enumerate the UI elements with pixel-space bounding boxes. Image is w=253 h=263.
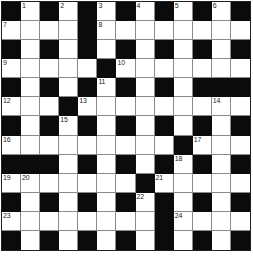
white-cell-r12c10[interactable]: 24 <box>174 212 193 231</box>
black-cell-r9c1 <box>2 155 21 174</box>
clue-number-1: 1 <box>22 2 26 10</box>
white-cell-r1c8[interactable]: 4 <box>136 2 155 21</box>
black-cell-r7c9 <box>155 116 174 135</box>
white-cell-r2c2[interactable] <box>21 21 40 40</box>
white-cell-r2c13[interactable] <box>231 21 250 40</box>
white-cell-r6c1[interactable]: 12 <box>2 97 21 116</box>
white-cell-r6c6[interactable] <box>97 97 116 116</box>
white-cell-r10c6[interactable] <box>97 174 116 193</box>
clue-number-11: 11 <box>98 78 105 86</box>
white-cell-r1c4[interactable]: 2 <box>59 2 78 21</box>
clue-number-14: 14 <box>213 97 220 105</box>
white-cell-r6c7[interactable] <box>116 97 135 116</box>
white-cell-r11c10[interactable] <box>174 193 193 212</box>
white-cell-r12c7[interactable] <box>116 212 135 231</box>
white-cell-r4c9[interactable] <box>155 59 174 78</box>
white-cell-r8c9[interactable] <box>155 136 174 155</box>
white-cell-r6c10[interactable] <box>174 97 193 116</box>
white-cell-r8c4[interactable] <box>59 136 78 155</box>
white-cell-r2c1[interactable]: 7 <box>2 21 21 40</box>
clue-number-19: 19 <box>3 174 10 182</box>
white-cell-r10c4[interactable] <box>59 174 78 193</box>
white-cell-r8c12[interactable] <box>212 136 231 155</box>
black-cell-r1c5 <box>78 2 97 21</box>
clue-number-10: 10 <box>117 59 124 67</box>
white-cell-r10c9[interactable]: 21 <box>155 174 174 193</box>
white-cell-r5c10[interactable] <box>174 78 193 97</box>
black-cell-r11c11 <box>193 193 212 212</box>
white-cell-r6c2[interactable] <box>21 97 40 116</box>
clue-number-2: 2 <box>60 2 64 10</box>
black-cell-r1c13 <box>231 2 250 21</box>
black-cell-r9c7 <box>116 155 135 174</box>
clue-number-18: 18 <box>175 155 182 163</box>
white-cell-r10c7[interactable] <box>116 174 135 193</box>
white-cell-r10c5[interactable] <box>78 174 97 193</box>
black-cell-r13c7 <box>116 231 135 250</box>
white-cell-r4c13[interactable] <box>231 59 250 78</box>
white-cell-r10c2[interactable]: 20 <box>21 174 40 193</box>
clue-number-3: 3 <box>98 2 102 10</box>
black-cell-r1c11 <box>193 2 212 21</box>
white-cell-r8c5[interactable] <box>78 136 97 155</box>
clue-number-16: 16 <box>3 136 10 144</box>
black-cell-r11c5 <box>78 193 97 212</box>
clue-number-20: 20 <box>22 174 29 182</box>
crossword-page: 123456789101112131415161718192021222324 <box>0 0 253 263</box>
white-cell-r4c7[interactable]: 10 <box>116 59 135 78</box>
white-cell-r3c4[interactable] <box>59 40 78 59</box>
black-cell-r9c3 <box>40 155 59 174</box>
white-cell-r2c12[interactable] <box>212 21 231 40</box>
white-cell-r1c2[interactable]: 1 <box>21 2 40 21</box>
white-cell-r6c8[interactable] <box>136 97 155 116</box>
white-cell-r9c10[interactable]: 18 <box>174 155 193 174</box>
white-cell-r8c6[interactable] <box>97 136 116 155</box>
white-cell-r10c3[interactable] <box>40 174 59 193</box>
clue-number-4: 4 <box>137 2 141 10</box>
black-cell-r9c9 <box>155 155 174 174</box>
white-cell-r4c5[interactable] <box>78 59 97 78</box>
white-cell-r3c6[interactable] <box>97 40 116 59</box>
white-cell-r2c11[interactable] <box>193 21 212 40</box>
black-cell-r1c1 <box>2 2 21 21</box>
white-cell-r8c1[interactable]: 16 <box>2 136 21 155</box>
black-cell-r6c4 <box>59 97 78 116</box>
black-cell-r1c7 <box>116 2 135 21</box>
white-cell-r12c13[interactable] <box>231 212 250 231</box>
white-cell-r13c8[interactable] <box>136 231 155 250</box>
white-cell-r12c1[interactable]: 23 <box>2 212 21 231</box>
white-cell-r9c12[interactable] <box>212 155 231 174</box>
black-cell-r7c11 <box>193 116 212 135</box>
white-cell-r6c11[interactable] <box>193 97 212 116</box>
black-cell-r7c13 <box>231 116 250 135</box>
white-cell-r12c3[interactable] <box>40 212 59 231</box>
black-cell-r13c5 <box>78 231 97 250</box>
white-cell-r12c2[interactable] <box>21 212 40 231</box>
white-cell-r2c8[interactable] <box>136 21 155 40</box>
white-cell-r11c8[interactable]: 22 <box>136 193 155 212</box>
black-cell-r13c13 <box>231 231 250 250</box>
black-cell-r13c1 <box>2 231 21 250</box>
white-cell-r2c3[interactable] <box>40 21 59 40</box>
black-cell-r9c13 <box>231 155 250 174</box>
white-cell-r13c2[interactable] <box>21 231 40 250</box>
white-cell-r10c13[interactable] <box>231 174 250 193</box>
white-cell-r12c4[interactable] <box>59 212 78 231</box>
white-cell-r13c4[interactable] <box>59 231 78 250</box>
white-cell-r4c3[interactable] <box>40 59 59 78</box>
black-cell-r11c7 <box>116 193 135 212</box>
white-cell-r1c6[interactable]: 3 <box>97 2 116 21</box>
white-cell-r11c4[interactable] <box>59 193 78 212</box>
clue-number-7: 7 <box>3 21 7 29</box>
white-cell-r5c4[interactable] <box>59 78 78 97</box>
white-cell-r8c8[interactable] <box>136 136 155 155</box>
black-cell-r3c13 <box>231 40 250 59</box>
white-cell-r2c7[interactable] <box>116 21 135 40</box>
black-cell-r9c11 <box>193 155 212 174</box>
white-cell-r7c12[interactable] <box>212 116 231 135</box>
black-cell-r11c9 <box>155 193 174 212</box>
black-cell-r2c5 <box>78 21 97 40</box>
white-cell-r8c13[interactable] <box>231 136 250 155</box>
white-cell-r7c2[interactable] <box>21 116 40 135</box>
white-cell-r1c10[interactable]: 5 <box>174 2 193 21</box>
black-cell-r9c2 <box>21 155 40 174</box>
white-cell-r5c2[interactable] <box>21 78 40 97</box>
white-cell-r2c9[interactable] <box>155 21 174 40</box>
clue-number-24: 24 <box>175 212 182 220</box>
white-cell-r4c12[interactable] <box>212 59 231 78</box>
white-cell-r6c13[interactable] <box>231 97 250 116</box>
clue-number-17: 17 <box>194 136 201 144</box>
black-cell-r11c3 <box>40 193 59 212</box>
black-cell-r3c9 <box>155 40 174 59</box>
white-cell-r13c6[interactable] <box>97 231 116 250</box>
black-cell-r7c7 <box>116 116 135 135</box>
clue-number-8: 8 <box>98 21 102 29</box>
white-cell-r11c2[interactable] <box>21 193 40 212</box>
clue-number-13: 13 <box>79 97 86 105</box>
white-cell-r12c8[interactable] <box>136 212 155 231</box>
black-cell-r5c13 <box>231 78 250 97</box>
black-cell-r3c11 <box>193 40 212 59</box>
black-cell-r8c10 <box>174 136 193 155</box>
black-cell-r3c5 <box>78 40 97 59</box>
white-cell-r12c5[interactable] <box>78 212 97 231</box>
white-cell-r4c4[interactable] <box>59 59 78 78</box>
black-cell-r13c3 <box>40 231 59 250</box>
black-cell-r5c9 <box>155 78 174 97</box>
white-cell-r6c3[interactable] <box>40 97 59 116</box>
white-cell-r4c11[interactable] <box>193 59 212 78</box>
white-cell-r3c12[interactable] <box>212 40 231 59</box>
clue-number-12: 12 <box>3 97 10 105</box>
white-cell-r9c6[interactable] <box>97 155 116 174</box>
white-cell-r5c8[interactable] <box>136 78 155 97</box>
white-cell-r13c12[interactable] <box>212 231 231 250</box>
white-cell-r3c2[interactable] <box>21 40 40 59</box>
black-cell-r5c11 <box>193 78 212 97</box>
black-cell-r9c5 <box>78 155 97 174</box>
black-cell-r1c9 <box>155 2 174 21</box>
white-cell-r13c10[interactable] <box>174 231 193 250</box>
clue-number-6: 6 <box>213 2 217 10</box>
white-cell-r7c4[interactable]: 15 <box>59 116 78 135</box>
white-cell-r12c6[interactable] <box>97 212 116 231</box>
black-cell-r13c11 <box>193 231 212 250</box>
white-cell-r11c12[interactable] <box>212 193 231 212</box>
white-cell-r10c12[interactable] <box>212 174 231 193</box>
white-cell-r6c12[interactable]: 14 <box>212 97 231 116</box>
white-cell-r3c10[interactable] <box>174 40 193 59</box>
clue-number-9: 9 <box>3 59 7 67</box>
white-cell-r6c5[interactable]: 13 <box>78 97 97 116</box>
clue-number-15: 15 <box>60 116 67 124</box>
white-cell-r11c6[interactable] <box>97 193 116 212</box>
black-cell-r1c3 <box>40 2 59 21</box>
clue-number-23: 23 <box>3 212 10 220</box>
black-cell-r3c3 <box>40 40 59 59</box>
white-cell-r1c12[interactable]: 6 <box>212 2 231 21</box>
clue-number-22: 22 <box>137 193 144 201</box>
black-cell-r5c1 <box>2 78 21 97</box>
white-cell-r7c6[interactable] <box>97 116 116 135</box>
white-cell-r10c1[interactable]: 19 <box>2 174 21 193</box>
black-cell-r5c5 <box>78 78 97 97</box>
white-cell-r7c8[interactable] <box>136 116 155 135</box>
clue-number-21: 21 <box>156 174 163 182</box>
crossword-grid: 123456789101112131415161718192021222324 <box>1 1 251 251</box>
black-cell-r4c6 <box>97 59 116 78</box>
white-cell-r8c3[interactable] <box>40 136 59 155</box>
white-cell-r12c11[interactable] <box>193 212 212 231</box>
white-cell-r9c4[interactable] <box>59 155 78 174</box>
white-cell-r2c6[interactable]: 8 <box>97 21 116 40</box>
black-cell-r5c3 <box>40 78 59 97</box>
clue-number-5: 5 <box>175 2 179 10</box>
black-cell-r3c1 <box>2 40 21 59</box>
white-cell-r10c10[interactable] <box>174 174 193 193</box>
white-cell-r4c2[interactable] <box>21 59 40 78</box>
black-cell-r12c9 <box>155 212 174 231</box>
black-cell-r7c1 <box>2 116 21 135</box>
white-cell-r2c4[interactable] <box>59 21 78 40</box>
black-cell-r11c13 <box>231 193 250 212</box>
white-cell-r3c8[interactable] <box>136 40 155 59</box>
white-cell-r12c12[interactable] <box>212 212 231 231</box>
white-cell-r5c6[interactable]: 11 <box>97 78 116 97</box>
black-cell-r10c8 <box>136 174 155 193</box>
white-cell-r4c10[interactable] <box>174 59 193 78</box>
black-cell-r5c12 <box>212 78 231 97</box>
black-cell-r3c7 <box>116 40 135 59</box>
black-cell-r11c1 <box>2 193 21 212</box>
black-cell-r13c9 <box>155 231 174 250</box>
white-cell-r2c10[interactable] <box>174 21 193 40</box>
white-cell-r6c9[interactable] <box>155 97 174 116</box>
black-cell-r7c5 <box>78 116 97 135</box>
white-cell-r8c7[interactable] <box>116 136 135 155</box>
white-cell-r9c8[interactable] <box>136 155 155 174</box>
white-cell-r10c11[interactable] <box>193 174 212 193</box>
white-cell-r8c11[interactable]: 17 <box>193 136 212 155</box>
white-cell-r7c10[interactable] <box>174 116 193 135</box>
white-cell-r8c2[interactable] <box>21 136 40 155</box>
black-cell-r5c7 <box>116 78 135 97</box>
white-cell-r4c1[interactable]: 9 <box>2 59 21 78</box>
white-cell-r4c8[interactable] <box>136 59 155 78</box>
black-cell-r7c3 <box>40 116 59 135</box>
